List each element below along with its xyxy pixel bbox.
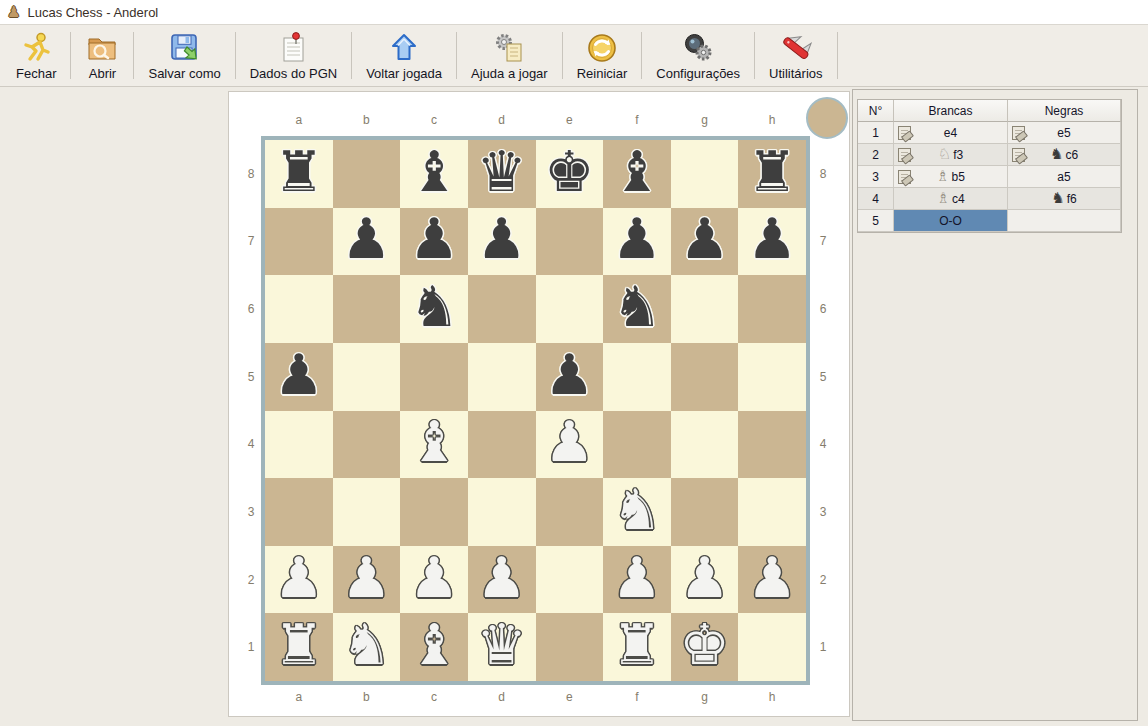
black-pawn[interactable]: ♟ bbox=[341, 211, 391, 267]
square-e6[interactable] bbox=[536, 275, 604, 343]
rank-labels-right: 87654321 bbox=[813, 140, 833, 681]
white-pawn[interactable]: ♟ bbox=[341, 550, 391, 606]
move-piece-icon: ♘ bbox=[938, 147, 951, 162]
square-e5[interactable]: ♟ bbox=[536, 343, 604, 411]
square-g8[interactable] bbox=[671, 140, 739, 208]
pgn-data-label: Dados do PGN bbox=[250, 66, 337, 81]
square-h1[interactable] bbox=[738, 613, 806, 681]
toolbar-separator bbox=[235, 32, 236, 79]
black-knight[interactable]: ♞ bbox=[409, 279, 459, 335]
rank-label-4: 4 bbox=[813, 411, 833, 479]
title-bar: ♟ Lucas Chess - Anderol bbox=[0, 0, 1148, 25]
file-label-c: c bbox=[400, 690, 468, 706]
move-cell-3-white[interactable]: ♗b5 bbox=[894, 166, 1008, 188]
moves-table-body: 1e4e52♘f3♞c63♗b5a54♗c4♞f65O-O bbox=[858, 122, 1121, 232]
undo-move-label: Voltar jogada bbox=[366, 66, 442, 81]
square-a1[interactable]: ♜ bbox=[265, 613, 333, 681]
rank-label-2: 2 bbox=[241, 546, 261, 614]
move-cell-4-black[interactable]: ♞f6 bbox=[1008, 188, 1121, 210]
square-b5[interactable] bbox=[333, 343, 401, 411]
square-c6[interactable]: ♞ bbox=[400, 275, 468, 343]
close-label: Fechar bbox=[16, 66, 56, 81]
square-a2[interactable]: ♟ bbox=[265, 546, 333, 614]
square-d2[interactable]: ♟ bbox=[468, 546, 536, 614]
file-label-g: g bbox=[671, 690, 739, 706]
square-f2[interactable]: ♟ bbox=[603, 546, 671, 614]
rank-label-1: 1 bbox=[813, 613, 833, 681]
toolbar: Fechar Abrir Salvar como bbox=[0, 25, 1148, 87]
move-text: f3 bbox=[953, 148, 963, 162]
move-cell-5-white[interactable]: O-O bbox=[894, 210, 1008, 232]
file-label-a: a bbox=[265, 113, 333, 129]
square-c3[interactable] bbox=[400, 478, 468, 546]
save-as-icon bbox=[168, 29, 202, 65]
square-h2[interactable]: ♟ bbox=[738, 546, 806, 614]
square-g5[interactable] bbox=[671, 343, 739, 411]
square-f3[interactable]: ♞ bbox=[603, 478, 671, 546]
save-as-label: Salvar como bbox=[148, 66, 220, 81]
square-a4[interactable] bbox=[265, 411, 333, 479]
move-piece-icon: ♞ bbox=[1051, 191, 1064, 206]
black-queen[interactable]: ♛ bbox=[477, 144, 527, 200]
black-pawn[interactable]: ♟ bbox=[544, 347, 594, 403]
square-b4[interactable] bbox=[333, 411, 401, 479]
black-bishop[interactable]: ♝ bbox=[409, 144, 459, 200]
square-b1[interactable]: ♞ bbox=[333, 613, 401, 681]
toolbar-separator bbox=[133, 32, 134, 79]
move-piece-icon: ♗ bbox=[936, 191, 949, 206]
rank-label-2: 2 bbox=[813, 546, 833, 614]
square-b8[interactable] bbox=[333, 140, 401, 208]
white-king[interactable]: ♚ bbox=[679, 617, 729, 673]
board-squares: ♜♝♛♚♝♜♟♟♟♟♟♟♞♞♟♟♝♟♞♟♟♟♟♟♟♟♜♞♝♛♜♚ bbox=[265, 140, 806, 681]
move-number: 5 bbox=[858, 210, 894, 232]
toolbar-separator bbox=[562, 32, 563, 79]
black-pawn[interactable]: ♟ bbox=[747, 211, 797, 267]
black-knight[interactable]: ♞ bbox=[612, 279, 662, 335]
square-e7[interactable] bbox=[536, 208, 604, 276]
file-label-g: g bbox=[671, 113, 739, 129]
board-panel: abcdefgh 87654321 ♜♝♛♚♝♜♟♟♟♟♟♟♞♞♟♟♝♟♞♟♟♟… bbox=[228, 91, 850, 717]
rank-label-4: 4 bbox=[241, 411, 261, 479]
square-g2[interactable]: ♟ bbox=[671, 546, 739, 614]
settings-label: Configurações bbox=[656, 66, 740, 81]
black-rook[interactable]: ♜ bbox=[274, 144, 324, 200]
square-c2[interactable]: ♟ bbox=[400, 546, 468, 614]
square-b6[interactable] bbox=[333, 275, 401, 343]
move-text: e5 bbox=[1057, 126, 1070, 140]
save-as-button[interactable]: Salvar como bbox=[136, 25, 232, 86]
square-h8[interactable]: ♜ bbox=[738, 140, 806, 208]
black-rook[interactable]: ♜ bbox=[747, 144, 797, 200]
square-g6[interactable] bbox=[671, 275, 739, 343]
main-area: abcdefgh 87654321 ♜♝♛♚♝♜♟♟♟♟♟♟♞♞♟♟♝♟♞♟♟♟… bbox=[0, 87, 1148, 725]
black-bishop[interactable]: ♝ bbox=[612, 144, 662, 200]
rank-label-3: 3 bbox=[241, 478, 261, 546]
move-piece-icon: ♞ bbox=[1050, 147, 1063, 162]
square-h6[interactable] bbox=[738, 275, 806, 343]
move-cell-5-black bbox=[1008, 210, 1121, 232]
toolbar-separator bbox=[456, 32, 457, 79]
file-label-b: b bbox=[333, 690, 401, 706]
open-button[interactable]: Abrir bbox=[73, 25, 131, 86]
square-g3[interactable] bbox=[671, 478, 739, 546]
help-play-label: Ajuda a jogar bbox=[471, 66, 548, 81]
annotation-icon bbox=[1012, 126, 1025, 140]
restart-icon bbox=[585, 29, 619, 65]
square-d1[interactable]: ♛ bbox=[468, 613, 536, 681]
white-pawn[interactable]: ♟ bbox=[477, 550, 527, 606]
square-d3[interactable] bbox=[468, 478, 536, 546]
square-d7[interactable]: ♟ bbox=[468, 208, 536, 276]
move-cell-2-white[interactable]: ♘f3 bbox=[894, 144, 1008, 166]
square-f1[interactable]: ♜ bbox=[603, 613, 671, 681]
toolbar-separator bbox=[351, 32, 352, 79]
white-pawn[interactable]: ♟ bbox=[679, 550, 729, 606]
square-c4[interactable]: ♝ bbox=[400, 411, 468, 479]
move-piece-icon: ♗ bbox=[936, 169, 949, 184]
white-pawn[interactable]: ♟ bbox=[612, 550, 662, 606]
board-frame: ♜♝♛♚♝♜♟♟♟♟♟♟♞♞♟♟♝♟♞♟♟♟♟♟♟♟♜♞♝♛♜♚ bbox=[261, 136, 810, 685]
toolbar-separator bbox=[754, 32, 755, 79]
close-icon bbox=[19, 29, 53, 65]
square-a6[interactable] bbox=[265, 275, 333, 343]
square-g1[interactable]: ♚ bbox=[671, 613, 739, 681]
annotation-icon bbox=[898, 126, 911, 140]
black-pawn[interactable]: ♟ bbox=[477, 211, 527, 267]
pawn-icon: ♟ bbox=[7, 5, 20, 20]
open-label: Abrir bbox=[89, 66, 116, 81]
black-pawn[interactable]: ♟ bbox=[274, 347, 324, 403]
black-king[interactable]: ♚ bbox=[544, 144, 594, 200]
window-title: Lucas Chess - Anderol bbox=[27, 5, 158, 20]
square-f8[interactable]: ♝ bbox=[603, 140, 671, 208]
move-cell-1-black[interactable]: e5 bbox=[1008, 122, 1121, 144]
square-c1[interactable]: ♝ bbox=[400, 613, 468, 681]
file-label-e: e bbox=[536, 113, 604, 129]
white-bishop[interactable]: ♝ bbox=[409, 617, 459, 673]
move-text: c4 bbox=[952, 192, 965, 206]
square-b2[interactable]: ♟ bbox=[333, 546, 401, 614]
utilities-label: Utilitários bbox=[769, 66, 822, 81]
move-text: b5 bbox=[952, 170, 965, 184]
move-number: 1 bbox=[858, 122, 894, 144]
square-h5[interactable] bbox=[738, 343, 806, 411]
square-e8[interactable]: ♚ bbox=[536, 140, 604, 208]
move-number: 3 bbox=[858, 166, 894, 188]
settings-button[interactable]: Configurações bbox=[644, 25, 752, 86]
square-b3[interactable] bbox=[333, 478, 401, 546]
square-h7[interactable]: ♟ bbox=[738, 208, 806, 276]
moves-panel: N° Brancas Negras 1e4e52♘f3♞c63♗b5a54♗c4… bbox=[852, 89, 1138, 721]
move-text: e4 bbox=[944, 126, 957, 140]
pgn-data-button[interactable]: Dados do PGN bbox=[238, 25, 349, 86]
square-e3[interactable] bbox=[536, 478, 604, 546]
rank-label-1: 1 bbox=[241, 613, 261, 681]
white-queen[interactable]: ♛ bbox=[477, 617, 527, 673]
close-button[interactable]: Fechar bbox=[4, 25, 68, 86]
utilities-icon bbox=[779, 29, 813, 65]
move-cell-2-black[interactable]: ♞c6 bbox=[1008, 144, 1121, 166]
undo-move-icon bbox=[387, 29, 421, 65]
help-play-button[interactable]: Ajuda a jogar bbox=[459, 25, 560, 86]
move-cell-3-black[interactable]: a5 bbox=[1008, 166, 1121, 188]
annotation-icon bbox=[1012, 148, 1025, 162]
square-h4[interactable] bbox=[738, 411, 806, 479]
file-label-d: d bbox=[468, 690, 536, 706]
black-pawn[interactable]: ♟ bbox=[679, 211, 729, 267]
square-b7[interactable]: ♟ bbox=[333, 208, 401, 276]
file-label-h: h bbox=[738, 690, 806, 706]
white-pawn[interactable]: ♟ bbox=[747, 550, 797, 606]
rank-label-5: 5 bbox=[241, 343, 261, 411]
move-number: 4 bbox=[858, 188, 894, 210]
move-row-4: 4♗c4♞f6 bbox=[858, 188, 1121, 210]
file-label-b: b bbox=[333, 113, 401, 129]
toolbar-separator bbox=[641, 32, 642, 79]
square-a5[interactable]: ♟ bbox=[265, 343, 333, 411]
square-d8[interactable]: ♛ bbox=[468, 140, 536, 208]
file-label-h: h bbox=[738, 113, 806, 129]
header-black: Negras bbox=[1008, 100, 1121, 122]
rank-labels-left: 87654321 bbox=[241, 140, 261, 681]
square-c8[interactable]: ♝ bbox=[400, 140, 468, 208]
rank-label-7: 7 bbox=[813, 208, 833, 276]
toolbar-separator bbox=[70, 32, 71, 79]
move-row-5: 5O-O bbox=[858, 210, 1121, 232]
turn-indicator bbox=[806, 97, 848, 139]
file-label-d: d bbox=[468, 113, 536, 129]
white-knight[interactable]: ♞ bbox=[341, 617, 391, 673]
toolbar-separator bbox=[837, 32, 838, 79]
restart-label: Reiniciar bbox=[577, 66, 628, 81]
square-c5[interactable] bbox=[400, 343, 468, 411]
move-text: O-O bbox=[939, 214, 962, 228]
file-labels-top: abcdefgh bbox=[265, 113, 806, 129]
move-text: f6 bbox=[1067, 192, 1077, 206]
move-text: a5 bbox=[1057, 170, 1070, 184]
file-label-e: e bbox=[536, 690, 604, 706]
square-d6[interactable] bbox=[468, 275, 536, 343]
rank-label-5: 5 bbox=[813, 343, 833, 411]
file-label-a: a bbox=[265, 690, 333, 706]
rank-label-7: 7 bbox=[241, 208, 261, 276]
utilities-button[interactable]: Utilitários bbox=[757, 25, 834, 86]
move-number: 2 bbox=[858, 144, 894, 166]
square-a3[interactable] bbox=[265, 478, 333, 546]
moves-table-header: N° Brancas Negras bbox=[858, 100, 1121, 122]
white-pawn[interactable]: ♟ bbox=[409, 550, 459, 606]
black-pawn[interactable]: ♟ bbox=[409, 211, 459, 267]
square-g4[interactable] bbox=[671, 411, 739, 479]
moves-table: N° Brancas Negras 1e4e52♘f3♞c63♗b5a54♗c4… bbox=[857, 99, 1122, 233]
square-f6[interactable]: ♞ bbox=[603, 275, 671, 343]
restart-button[interactable]: Reiniciar bbox=[565, 25, 640, 86]
white-pawn[interactable]: ♟ bbox=[274, 550, 324, 606]
annotation-icon bbox=[898, 170, 911, 184]
move-row-2: 2♘f3♞c6 bbox=[858, 144, 1121, 166]
square-a8[interactable]: ♜ bbox=[265, 140, 333, 208]
square-f4[interactable] bbox=[603, 411, 671, 479]
file-label-f: f bbox=[603, 690, 671, 706]
header-number: N° bbox=[858, 100, 894, 122]
move-row-3: 3♗b5a5 bbox=[858, 166, 1121, 188]
square-d5[interactable] bbox=[468, 343, 536, 411]
open-icon bbox=[85, 29, 119, 65]
square-c7[interactable]: ♟ bbox=[400, 208, 468, 276]
file-label-f: f bbox=[603, 113, 671, 129]
square-a7[interactable] bbox=[265, 208, 333, 276]
rank-label-8: 8 bbox=[813, 140, 833, 208]
square-e4[interactable]: ♟ bbox=[536, 411, 604, 479]
white-pawn[interactable]: ♟ bbox=[544, 414, 594, 470]
file-label-c: c bbox=[400, 113, 468, 129]
header-white: Brancas bbox=[894, 100, 1008, 122]
white-rook[interactable]: ♜ bbox=[612, 617, 662, 673]
white-bishop[interactable]: ♝ bbox=[409, 414, 459, 470]
pgn-data-icon bbox=[276, 29, 310, 65]
square-f7[interactable]: ♟ bbox=[603, 208, 671, 276]
rank-label-8: 8 bbox=[241, 140, 261, 208]
square-e1[interactable] bbox=[536, 613, 604, 681]
white-rook[interactable]: ♜ bbox=[274, 617, 324, 673]
white-knight[interactable]: ♞ bbox=[612, 482, 662, 538]
undo-move-button[interactable]: Voltar jogada bbox=[354, 25, 454, 86]
square-f5[interactable] bbox=[603, 343, 671, 411]
move-text: c6 bbox=[1065, 148, 1078, 162]
square-e2[interactable] bbox=[536, 546, 604, 614]
black-pawn[interactable]: ♟ bbox=[612, 211, 662, 267]
square-h3[interactable] bbox=[738, 478, 806, 546]
move-cell-1-white[interactable]: e4 bbox=[894, 122, 1008, 144]
settings-icon bbox=[681, 29, 715, 65]
rank-label-3: 3 bbox=[813, 478, 833, 546]
move-row-1: 1e4e5 bbox=[858, 122, 1121, 144]
file-labels-bottom: abcdefgh bbox=[265, 690, 806, 706]
move-cell-4-white[interactable]: ♗c4 bbox=[894, 188, 1008, 210]
rank-label-6: 6 bbox=[241, 275, 261, 343]
rank-label-6: 6 bbox=[813, 275, 833, 343]
square-d4[interactable] bbox=[468, 411, 536, 479]
square-g7[interactable]: ♟ bbox=[671, 208, 739, 276]
annotation-icon bbox=[898, 148, 911, 162]
help-play-icon bbox=[492, 29, 526, 65]
